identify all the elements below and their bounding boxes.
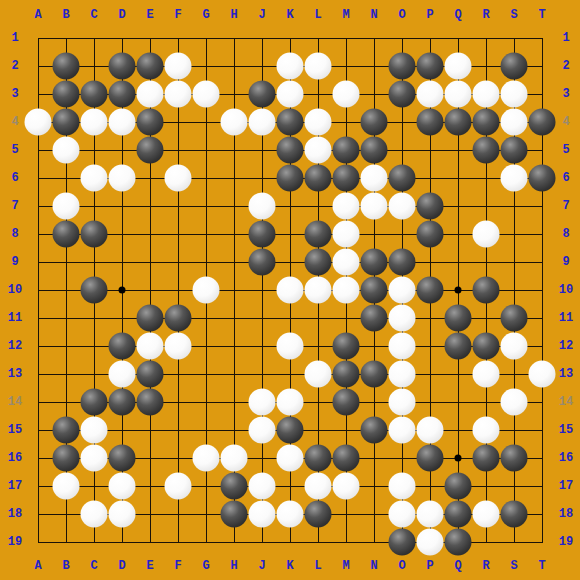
stone-black-B15 <box>53 417 80 444</box>
column-label-top-F: F <box>174 9 181 21</box>
stone-white-F17 <box>165 473 192 500</box>
stone-white-P15 <box>417 417 444 444</box>
column-label-bottom-O: O <box>398 560 405 572</box>
stone-black-B4 <box>53 109 80 136</box>
stone-white-O11 <box>389 305 416 332</box>
stone-black-C8 <box>81 221 108 248</box>
column-label-top-B: B <box>62 9 69 21</box>
row-label-left-14: 14 <box>8 396 22 408</box>
stone-black-R4 <box>473 109 500 136</box>
stone-white-S12 <box>501 333 528 360</box>
row-label-left-11: 11 <box>8 312 22 324</box>
stone-black-O19 <box>389 529 416 556</box>
row-label-right-1: 1 <box>562 32 569 44</box>
stone-white-K3 <box>277 81 304 108</box>
row-label-right-12: 12 <box>559 340 573 352</box>
stone-black-E14 <box>137 389 164 416</box>
column-label-top-Q: Q <box>454 9 461 21</box>
stone-white-C16 <box>81 445 108 472</box>
column-label-bottom-S: S <box>510 560 517 572</box>
row-label-left-4: 4 <box>11 116 18 128</box>
stone-white-E12 <box>137 333 164 360</box>
stone-white-H4 <box>221 109 248 136</box>
stone-white-K18 <box>277 501 304 528</box>
stone-white-J18 <box>249 501 276 528</box>
row-label-right-17: 17 <box>559 480 573 492</box>
row-label-right-8: 8 <box>562 228 569 240</box>
column-label-bottom-G: G <box>202 560 209 572</box>
column-label-bottom-A: A <box>34 560 41 572</box>
stone-black-E2 <box>137 53 164 80</box>
column-label-top-S: S <box>510 9 517 21</box>
stone-black-D16 <box>109 445 136 472</box>
stone-white-O15 <box>389 417 416 444</box>
column-label-bottom-E: E <box>146 560 153 572</box>
row-label-right-18: 18 <box>559 508 573 520</box>
stone-white-N6 <box>361 165 388 192</box>
stone-black-D14 <box>109 389 136 416</box>
stone-black-M13 <box>333 361 360 388</box>
stone-white-L4 <box>305 109 332 136</box>
stone-white-O14 <box>389 389 416 416</box>
stone-black-B8 <box>53 221 80 248</box>
column-label-bottom-P: P <box>426 560 433 572</box>
column-label-bottom-T: T <box>538 560 545 572</box>
row-label-left-1: 1 <box>11 32 18 44</box>
stone-black-H17 <box>221 473 248 500</box>
column-label-bottom-R: R <box>482 560 489 572</box>
stone-white-K10 <box>277 277 304 304</box>
stone-black-B16 <box>53 445 80 472</box>
stone-black-P4 <box>417 109 444 136</box>
column-label-bottom-L: L <box>314 560 321 572</box>
row-label-left-7: 7 <box>11 200 18 212</box>
stone-white-C6 <box>81 165 108 192</box>
column-label-bottom-C: C <box>90 560 97 572</box>
row-label-right-2: 2 <box>562 60 569 72</box>
stone-black-L6 <box>305 165 332 192</box>
row-label-right-3: 3 <box>562 88 569 100</box>
stone-white-M8 <box>333 221 360 248</box>
stone-white-F12 <box>165 333 192 360</box>
stone-white-M9 <box>333 249 360 276</box>
row-label-left-8: 8 <box>11 228 18 240</box>
row-label-left-19: 19 <box>8 536 22 548</box>
stone-white-O13 <box>389 361 416 388</box>
column-label-top-C: C <box>90 9 97 21</box>
stone-white-T13 <box>529 361 556 388</box>
stone-white-B5 <box>53 137 80 164</box>
stone-white-R3 <box>473 81 500 108</box>
stone-black-P2 <box>417 53 444 80</box>
stone-white-C15 <box>81 417 108 444</box>
stone-black-E11 <box>137 305 164 332</box>
column-label-top-K: K <box>286 9 293 21</box>
column-label-top-G: G <box>202 9 209 21</box>
stone-white-D17 <box>109 473 136 500</box>
stone-black-M16 <box>333 445 360 472</box>
stone-white-P18 <box>417 501 444 528</box>
stone-black-J8 <box>249 221 276 248</box>
column-label-top-L: L <box>314 9 321 21</box>
column-label-top-M: M <box>342 9 349 21</box>
stone-white-K14 <box>277 389 304 416</box>
stone-black-Q19 <box>445 529 472 556</box>
column-label-bottom-J: J <box>258 560 265 572</box>
column-label-bottom-Q: Q <box>454 560 461 572</box>
stone-white-D13 <box>109 361 136 388</box>
stone-white-K2 <box>277 53 304 80</box>
stone-black-E4 <box>137 109 164 136</box>
column-label-bottom-K: K <box>286 560 293 572</box>
column-label-top-O: O <box>398 9 405 21</box>
row-label-right-10: 10 <box>559 284 573 296</box>
stone-black-K15 <box>277 417 304 444</box>
row-label-right-14: 14 <box>559 396 573 408</box>
stone-white-L10 <box>305 277 332 304</box>
row-label-left-15: 15 <box>8 424 22 436</box>
column-label-top-D: D <box>118 9 125 21</box>
stone-black-K6 <box>277 165 304 192</box>
stone-white-J4 <box>249 109 276 136</box>
stone-white-O12 <box>389 333 416 360</box>
stone-white-S3 <box>501 81 528 108</box>
stone-black-M14 <box>333 389 360 416</box>
column-label-bottom-B: B <box>62 560 69 572</box>
stone-black-O2 <box>389 53 416 80</box>
stone-black-K5 <box>277 137 304 164</box>
stone-white-D4 <box>109 109 136 136</box>
stone-white-F6 <box>165 165 192 192</box>
stone-white-R8 <box>473 221 500 248</box>
stone-white-S14 <box>501 389 528 416</box>
stone-white-P3 <box>417 81 444 108</box>
column-label-bottom-N: N <box>370 560 377 572</box>
stone-black-M5 <box>333 137 360 164</box>
stone-black-B2 <box>53 53 80 80</box>
stone-white-F2 <box>165 53 192 80</box>
stone-white-E3 <box>137 81 164 108</box>
stone-black-S11 <box>501 305 528 332</box>
stone-white-O17 <box>389 473 416 500</box>
stone-black-F11 <box>165 305 192 332</box>
stone-black-N11 <box>361 305 388 332</box>
stone-white-M3 <box>333 81 360 108</box>
star-point-Q10 <box>455 287 462 294</box>
stone-black-C14 <box>81 389 108 416</box>
stone-white-J14 <box>249 389 276 416</box>
row-label-left-2: 2 <box>11 60 18 72</box>
stone-white-K16 <box>277 445 304 472</box>
stone-black-R12 <box>473 333 500 360</box>
column-label-top-R: R <box>482 9 489 21</box>
stone-white-L5 <box>305 137 332 164</box>
stone-black-N13 <box>361 361 388 388</box>
star-point-Q16 <box>455 455 462 462</box>
stone-white-H16 <box>221 445 248 472</box>
stone-white-D18 <box>109 501 136 528</box>
stone-white-F3 <box>165 81 192 108</box>
row-label-right-13: 13 <box>559 368 573 380</box>
stone-white-L13 <box>305 361 332 388</box>
stone-white-B7 <box>53 193 80 220</box>
stone-black-B3 <box>53 81 80 108</box>
go-board-app: AABBCCDDEEFFGGHHJJKKLLMMNNOOPPQQRRSSTT11… <box>0 0 580 580</box>
row-label-left-9: 9 <box>11 256 18 268</box>
stone-white-P19 <box>417 529 444 556</box>
stone-black-O9 <box>389 249 416 276</box>
stone-white-C4 <box>81 109 108 136</box>
column-label-top-E: E <box>146 9 153 21</box>
row-label-left-12: 12 <box>8 340 22 352</box>
stone-white-Q2 <box>445 53 472 80</box>
stone-black-Q18 <box>445 501 472 528</box>
stone-black-C10 <box>81 277 108 304</box>
row-label-right-15: 15 <box>559 424 573 436</box>
row-label-right-19: 19 <box>559 536 573 548</box>
column-label-bottom-M: M <box>342 560 349 572</box>
stone-black-P10 <box>417 277 444 304</box>
stone-black-L16 <box>305 445 332 472</box>
row-label-right-7: 7 <box>562 200 569 212</box>
stone-black-J3 <box>249 81 276 108</box>
stone-black-K4 <box>277 109 304 136</box>
stone-black-R5 <box>473 137 500 164</box>
column-label-top-J: J <box>258 9 265 21</box>
star-point-D10 <box>119 287 126 294</box>
stone-black-T4 <box>529 109 556 136</box>
row-label-right-5: 5 <box>562 144 569 156</box>
stone-black-D12 <box>109 333 136 360</box>
stone-black-Q11 <box>445 305 472 332</box>
row-label-right-4: 4 <box>562 116 569 128</box>
stone-white-J15 <box>249 417 276 444</box>
row-label-left-10: 10 <box>8 284 22 296</box>
row-label-left-18: 18 <box>8 508 22 520</box>
column-label-bottom-F: F <box>174 560 181 572</box>
stone-black-R16 <box>473 445 500 472</box>
stone-black-H18 <box>221 501 248 528</box>
stone-white-O10 <box>389 277 416 304</box>
row-label-right-16: 16 <box>559 452 573 464</box>
row-label-left-13: 13 <box>8 368 22 380</box>
stone-black-N15 <box>361 417 388 444</box>
column-label-bottom-H: H <box>230 560 237 572</box>
stone-white-J17 <box>249 473 276 500</box>
row-label-left-16: 16 <box>8 452 22 464</box>
stone-black-L18 <box>305 501 332 528</box>
row-label-right-11: 11 <box>559 312 573 324</box>
stone-white-M17 <box>333 473 360 500</box>
stone-white-Q3 <box>445 81 472 108</box>
stone-black-P7 <box>417 193 444 220</box>
stone-black-L8 <box>305 221 332 248</box>
stone-white-S6 <box>501 165 528 192</box>
row-label-left-6: 6 <box>11 172 18 184</box>
stone-black-R10 <box>473 277 500 304</box>
stone-white-S4 <box>501 109 528 136</box>
stone-black-M12 <box>333 333 360 360</box>
stone-white-G16 <box>193 445 220 472</box>
stone-black-E13 <box>137 361 164 388</box>
stone-black-O6 <box>389 165 416 192</box>
column-label-top-T: T <box>538 9 545 21</box>
stone-black-P16 <box>417 445 444 472</box>
stone-white-J7 <box>249 193 276 220</box>
stone-black-N9 <box>361 249 388 276</box>
stone-black-D2 <box>109 53 136 80</box>
stone-black-S5 <box>501 137 528 164</box>
stone-black-E5 <box>137 137 164 164</box>
stone-black-Q12 <box>445 333 472 360</box>
row-label-right-9: 9 <box>562 256 569 268</box>
column-label-bottom-D: D <box>118 560 125 572</box>
stone-white-K12 <box>277 333 304 360</box>
stone-black-N10 <box>361 277 388 304</box>
stone-white-L17 <box>305 473 332 500</box>
stone-black-D3 <box>109 81 136 108</box>
row-label-right-6: 6 <box>562 172 569 184</box>
column-label-top-P: P <box>426 9 433 21</box>
stone-black-J9 <box>249 249 276 276</box>
stone-white-D6 <box>109 165 136 192</box>
stone-white-A4 <box>25 109 52 136</box>
stone-black-S18 <box>501 501 528 528</box>
stone-white-O18 <box>389 501 416 528</box>
stone-white-R18 <box>473 501 500 528</box>
column-label-top-A: A <box>34 9 41 21</box>
stone-white-G3 <box>193 81 220 108</box>
stone-white-L2 <box>305 53 332 80</box>
stone-white-B17 <box>53 473 80 500</box>
row-label-left-3: 3 <box>11 88 18 100</box>
stone-black-O3 <box>389 81 416 108</box>
stone-black-C3 <box>81 81 108 108</box>
stone-white-R15 <box>473 417 500 444</box>
stone-black-M6 <box>333 165 360 192</box>
stone-white-N7 <box>361 193 388 220</box>
stone-black-Q4 <box>445 109 472 136</box>
row-label-left-5: 5 <box>11 144 18 156</box>
stone-black-S2 <box>501 53 528 80</box>
column-label-top-H: H <box>230 9 237 21</box>
stone-black-L9 <box>305 249 332 276</box>
stone-white-R13 <box>473 361 500 388</box>
stone-white-M7 <box>333 193 360 220</box>
stone-black-N5 <box>361 137 388 164</box>
stone-white-G10 <box>193 277 220 304</box>
stone-white-C18 <box>81 501 108 528</box>
stone-black-P8 <box>417 221 444 248</box>
stone-black-T6 <box>529 165 556 192</box>
column-label-top-N: N <box>370 9 377 21</box>
stone-white-O7 <box>389 193 416 220</box>
stone-black-Q17 <box>445 473 472 500</box>
stone-black-N4 <box>361 109 388 136</box>
row-label-left-17: 17 <box>8 480 22 492</box>
stone-white-M10 <box>333 277 360 304</box>
stone-black-S16 <box>501 445 528 472</box>
